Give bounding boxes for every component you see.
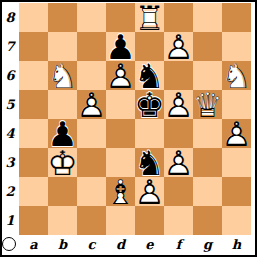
square-g8[interactable]	[193, 3, 222, 32]
chess-board[interactable]: ♜♖♟♟♙♞♘♟♙♞♞♘♟♙♚♟♙♛♕♟♟♙♚♔♞♟♙♝♗♟♙	[19, 3, 251, 235]
square-d1[interactable]	[106, 206, 135, 235]
rank-label: 1	[2, 206, 18, 235]
square-f6[interactable]	[164, 61, 193, 90]
rank-label: 8	[2, 3, 18, 32]
file-label: h	[222, 236, 251, 253]
file-label: g	[193, 236, 222, 253]
white-bishop[interactable]: ♝♗	[106, 177, 135, 206]
white-pawn[interactable]: ♟♙	[106, 61, 135, 90]
square-g4[interactable]	[193, 119, 222, 148]
black-pawn[interactable]: ♟	[48, 119, 77, 148]
file-label: c	[77, 236, 106, 253]
square-f5[interactable]: ♟♙	[164, 90, 193, 119]
square-f3[interactable]: ♟♙	[164, 148, 193, 177]
square-f8[interactable]	[164, 3, 193, 32]
square-b5[interactable]	[48, 90, 77, 119]
file-label: b	[48, 236, 77, 253]
square-g3[interactable]	[193, 148, 222, 177]
black-king[interactable]: ♚	[135, 90, 164, 119]
square-f1[interactable]	[164, 206, 193, 235]
rank-label: 6	[2, 61, 18, 90]
square-e4[interactable]	[135, 119, 164, 148]
file-label: d	[106, 236, 135, 253]
rank-label: 2	[2, 177, 18, 206]
square-g1[interactable]	[193, 206, 222, 235]
square-b2[interactable]	[48, 177, 77, 206]
file-labels: abcdefgh	[19, 236, 251, 253]
square-c3[interactable]	[77, 148, 106, 177]
square-e3[interactable]: ♞	[135, 148, 164, 177]
white-knight[interactable]: ♞♘	[222, 61, 251, 90]
square-c1[interactable]	[77, 206, 106, 235]
square-h1[interactable]	[222, 206, 251, 235]
square-h4[interactable]: ♟♙	[222, 119, 251, 148]
square-f7[interactable]: ♟♙	[164, 32, 193, 61]
square-a5[interactable]	[19, 90, 48, 119]
square-g7[interactable]	[193, 32, 222, 61]
square-a2[interactable]	[19, 177, 48, 206]
square-a3[interactable]	[19, 148, 48, 177]
square-d4[interactable]	[106, 119, 135, 148]
square-d6[interactable]: ♟♙	[106, 61, 135, 90]
white-pawn[interactable]: ♟♙	[164, 148, 193, 177]
square-c7[interactable]	[77, 32, 106, 61]
square-b7[interactable]	[48, 32, 77, 61]
square-g2[interactable]	[193, 177, 222, 206]
file-label: f	[164, 236, 193, 253]
square-e8[interactable]: ♜♖	[135, 3, 164, 32]
square-c8[interactable]	[77, 3, 106, 32]
square-g6[interactable]	[193, 61, 222, 90]
rank-label: 4	[2, 119, 18, 148]
square-f2[interactable]	[164, 177, 193, 206]
chess-diagram: 87654321 ♜♖♟♟♙♞♘♟♙♞♞♘♟♙♚♟♙♛♕♟♟♙♚♔♞♟♙♝♗♟♙…	[0, 0, 257, 257]
white-pawn[interactable]: ♟♙	[164, 90, 193, 119]
square-b8[interactable]	[48, 3, 77, 32]
white-queen[interactable]: ♛♕	[193, 90, 222, 119]
rank-labels: 87654321	[2, 3, 18, 235]
black-knight[interactable]: ♞	[135, 61, 164, 90]
square-h7[interactable]	[222, 32, 251, 61]
square-f4[interactable]	[164, 119, 193, 148]
square-h8[interactable]	[222, 3, 251, 32]
white-knight[interactable]: ♞♘	[48, 61, 77, 90]
square-a1[interactable]	[19, 206, 48, 235]
black-pawn[interactable]: ♟	[106, 32, 135, 61]
black-knight[interactable]: ♞	[135, 148, 164, 177]
file-label: a	[19, 236, 48, 253]
square-e1[interactable]	[135, 206, 164, 235]
square-e2[interactable]: ♟♙	[135, 177, 164, 206]
square-b4[interactable]: ♟	[48, 119, 77, 148]
square-e7[interactable]	[135, 32, 164, 61]
square-h6[interactable]: ♞♘	[222, 61, 251, 90]
file-label: e	[135, 236, 164, 253]
white-pawn[interactable]: ♟♙	[222, 119, 251, 148]
square-g5[interactable]: ♛♕	[193, 90, 222, 119]
rank-label: 3	[2, 148, 18, 177]
square-a7[interactable]	[19, 32, 48, 61]
white-king[interactable]: ♚♔	[48, 148, 77, 177]
white-pawn[interactable]: ♟♙	[135, 177, 164, 206]
square-c5[interactable]: ♟♙	[77, 90, 106, 119]
square-d7[interactable]: ♟	[106, 32, 135, 61]
rank-label: 7	[2, 32, 18, 61]
square-d3[interactable]	[106, 148, 135, 177]
white-pawn[interactable]: ♟♙	[77, 90, 106, 119]
square-a6[interactable]	[19, 61, 48, 90]
white-pawn[interactable]: ♟♙	[164, 32, 193, 61]
square-h5[interactable]	[222, 90, 251, 119]
square-c6[interactable]	[77, 61, 106, 90]
square-d8[interactable]	[106, 3, 135, 32]
square-b6[interactable]: ♞♘	[48, 61, 77, 90]
square-a4[interactable]	[19, 119, 48, 148]
square-b1[interactable]	[48, 206, 77, 235]
move-indicator-circle	[2, 237, 16, 251]
square-e6[interactable]: ♞	[135, 61, 164, 90]
square-c2[interactable]	[77, 177, 106, 206]
square-b3[interactable]: ♚♔	[48, 148, 77, 177]
square-c4[interactable]	[77, 119, 106, 148]
square-d2[interactable]: ♝♗	[106, 177, 135, 206]
square-h2[interactable]	[222, 177, 251, 206]
square-a8[interactable]	[19, 3, 48, 32]
white-rook[interactable]: ♜♖	[135, 3, 164, 32]
square-e5[interactable]: ♚	[135, 90, 164, 119]
square-d5[interactable]	[106, 90, 135, 119]
square-h3[interactable]	[222, 148, 251, 177]
rank-label: 5	[2, 90, 18, 119]
